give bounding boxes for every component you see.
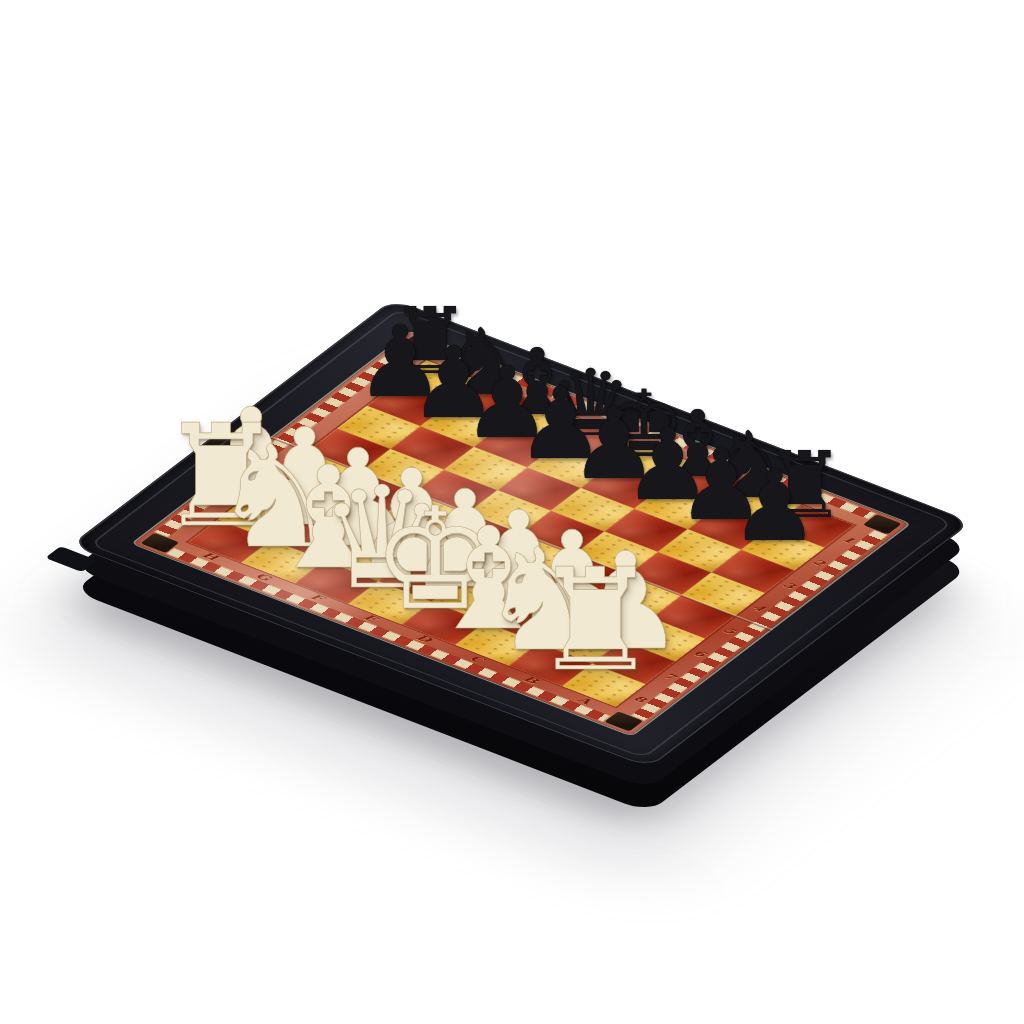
black-pawn[interactable]: ♟ <box>730 456 819 555</box>
white-rook[interactable]: ♜ <box>533 550 659 691</box>
product-photo-scene: HGFEDCBA 12345678 ♜♞♝♛♚♝♞♜♟♟♟♟♟♟♟♟♟♟♟♟♟♟… <box>0 0 1024 1024</box>
pieces-layer: ♜♞♝♛♚♝♞♜♟♟♟♟♟♟♟♟♟♟♟♟♟♟♟♟♜♞♝♛♚♝♞♜ <box>0 0 1024 1024</box>
